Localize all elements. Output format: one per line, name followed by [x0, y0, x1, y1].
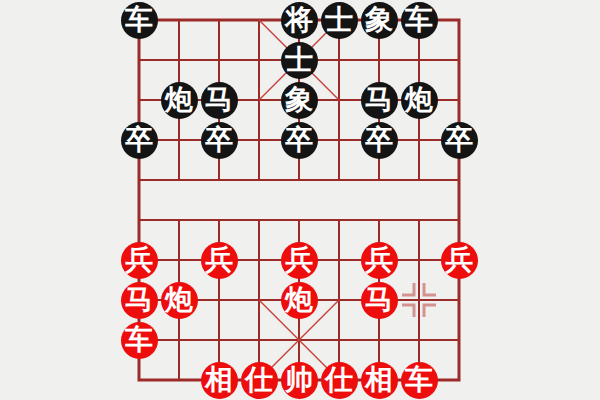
piece-black-advisor[interactable]: 士 — [321, 2, 358, 39]
piece-red-soldier[interactable]: 兵 — [361, 242, 398, 279]
xiangqi-app-screen: 车将士象车士炮马象马炮卒卒卒卒卒兵兵兵兵兵马炮炮马车相仕帅仕相车 — [0, 0, 600, 400]
piece-red-soldier[interactable]: 兵 — [121, 242, 158, 279]
piece-black-elephant[interactable]: 象 — [361, 2, 398, 39]
piece-red-chariot[interactable]: 车 — [401, 362, 438, 399]
piece-red-soldier[interactable]: 兵 — [281, 242, 318, 279]
piece-black-general[interactable]: 将 — [281, 2, 318, 39]
piece-red-horse[interactable]: 马 — [121, 282, 158, 319]
piece-red-advisor[interactable]: 仕 — [241, 362, 278, 399]
piece-red-elephant[interactable]: 相 — [201, 362, 238, 399]
xiangqi-board: 车将士象车士炮马象马炮卒卒卒卒卒兵兵兵兵兵马炮炮马车相仕帅仕相车 — [119, 0, 479, 400]
piece-black-soldier[interactable]: 卒 — [441, 122, 478, 159]
piece-red-cannon[interactable]: 炮 — [161, 282, 198, 319]
piece-red-advisor[interactable]: 仕 — [321, 362, 358, 399]
piece-red-cannon[interactable]: 炮 — [281, 282, 318, 319]
piece-red-soldier[interactable]: 兵 — [201, 242, 238, 279]
piece-black-soldier[interactable]: 卒 — [201, 122, 238, 159]
piece-black-cannon[interactable]: 炮 — [401, 82, 438, 119]
piece-red-elephant[interactable]: 相 — [361, 362, 398, 399]
piece-black-chariot[interactable]: 车 — [121, 2, 158, 39]
piece-red-horse[interactable]: 马 — [361, 282, 398, 319]
piece-black-elephant[interactable]: 象 — [281, 82, 318, 119]
piece-black-horse[interactable]: 马 — [201, 82, 238, 119]
piece-black-soldier[interactable]: 卒 — [281, 122, 318, 159]
piece-black-soldier[interactable]: 卒 — [121, 122, 158, 159]
piece-black-advisor[interactable]: 士 — [281, 42, 318, 79]
piece-red-chariot[interactable]: 车 — [121, 322, 158, 359]
piece-black-cannon[interactable]: 炮 — [161, 82, 198, 119]
piece-red-soldier[interactable]: 兵 — [441, 242, 478, 279]
piece-black-horse[interactable]: 马 — [361, 82, 398, 119]
piece-red-general[interactable]: 帅 — [281, 362, 318, 399]
piece-black-soldier[interactable]: 卒 — [361, 122, 398, 159]
piece-black-chariot[interactable]: 车 — [401, 2, 438, 39]
